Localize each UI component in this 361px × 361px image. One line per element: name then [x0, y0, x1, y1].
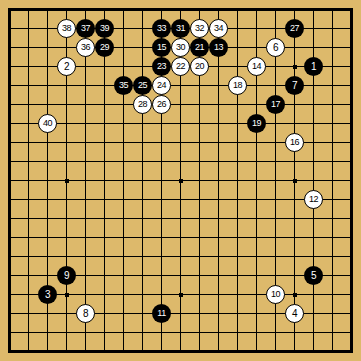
stone-white-move-28: 28	[133, 95, 152, 114]
move-number: 4	[292, 308, 297, 318]
move-number: 2	[64, 61, 69, 71]
stone-white-move-2: 2	[57, 57, 76, 76]
move-number: 19	[252, 119, 261, 128]
move-number: 24	[157, 81, 166, 90]
stone-black-move-37: 37	[76, 19, 95, 38]
move-number: 32	[195, 24, 204, 33]
move-number: 14	[252, 62, 261, 71]
stones-layer: 1234567891011121314151617181920212223242…	[0, 0, 361, 361]
move-number: 33	[157, 24, 166, 33]
move-number: 25	[138, 81, 147, 90]
stone-black-move-3: 3	[38, 285, 57, 304]
stone-white-move-22: 22	[171, 57, 190, 76]
stone-white-move-20: 20	[190, 57, 209, 76]
stone-white-move-14: 14	[247, 57, 266, 76]
stone-black-move-1: 1	[304, 57, 323, 76]
stone-black-move-25: 25	[133, 76, 152, 95]
stone-black-move-35: 35	[114, 76, 133, 95]
stone-black-move-39: 39	[95, 19, 114, 38]
stone-black-move-29: 29	[95, 38, 114, 57]
stone-black-move-7: 7	[285, 76, 304, 95]
move-number: 21	[195, 43, 204, 52]
move-number: 11	[157, 309, 166, 318]
move-number: 12	[309, 195, 318, 204]
move-number: 35	[119, 81, 128, 90]
stone-white-move-8: 8	[76, 304, 95, 323]
move-number: 5	[311, 270, 316, 280]
stone-white-move-24: 24	[152, 76, 171, 95]
move-number: 7	[292, 80, 297, 90]
stone-white-move-40: 40	[38, 114, 57, 133]
go-board[interactable]: 1234567891011121314151617181920212223242…	[0, 0, 361, 361]
stone-black-move-33: 33	[152, 19, 171, 38]
move-number: 37	[81, 24, 90, 33]
stone-white-move-10: 10	[266, 285, 285, 304]
stone-white-move-30: 30	[171, 38, 190, 57]
stone-black-move-15: 15	[152, 38, 171, 57]
move-number: 26	[157, 100, 166, 109]
stone-black-move-9: 9	[57, 266, 76, 285]
stone-black-move-11: 11	[152, 304, 171, 323]
stone-black-move-23: 23	[152, 57, 171, 76]
stone-white-move-16: 16	[285, 133, 304, 152]
move-number: 27	[290, 24, 299, 33]
move-number: 6	[273, 42, 278, 52]
move-number: 36	[81, 43, 90, 52]
move-number: 22	[176, 62, 185, 71]
move-number: 23	[157, 62, 166, 71]
stone-white-move-26: 26	[152, 95, 171, 114]
move-number: 31	[176, 24, 185, 33]
stone-white-move-36: 36	[76, 38, 95, 57]
move-number: 20	[195, 62, 204, 71]
stone-white-move-4: 4	[285, 304, 304, 323]
stone-black-move-17: 17	[266, 95, 285, 114]
move-number: 30	[176, 43, 185, 52]
stone-black-move-19: 19	[247, 114, 266, 133]
stone-white-move-18: 18	[228, 76, 247, 95]
stone-white-move-6: 6	[266, 38, 285, 57]
move-number: 34	[214, 24, 223, 33]
move-number: 15	[157, 43, 166, 52]
stone-black-move-5: 5	[304, 266, 323, 285]
move-number: 28	[138, 100, 147, 109]
stone-black-move-27: 27	[285, 19, 304, 38]
move-number: 10	[271, 290, 280, 299]
stone-white-move-34: 34	[209, 19, 228, 38]
move-number: 3	[45, 289, 50, 299]
move-number: 13	[214, 43, 223, 52]
move-number: 9	[64, 270, 69, 280]
stone-black-move-13: 13	[209, 38, 228, 57]
stone-white-move-38: 38	[57, 19, 76, 38]
move-number: 38	[62, 24, 71, 33]
move-number: 29	[100, 43, 109, 52]
stone-black-move-31: 31	[171, 19, 190, 38]
move-number: 16	[290, 138, 299, 147]
move-number: 1	[311, 61, 316, 71]
move-number: 17	[271, 100, 280, 109]
move-number: 8	[83, 308, 88, 318]
move-number: 39	[100, 24, 109, 33]
stone-white-move-12: 12	[304, 190, 323, 209]
move-number: 18	[233, 81, 242, 90]
stone-white-move-32: 32	[190, 19, 209, 38]
stone-black-move-21: 21	[190, 38, 209, 57]
move-number: 40	[43, 119, 52, 128]
